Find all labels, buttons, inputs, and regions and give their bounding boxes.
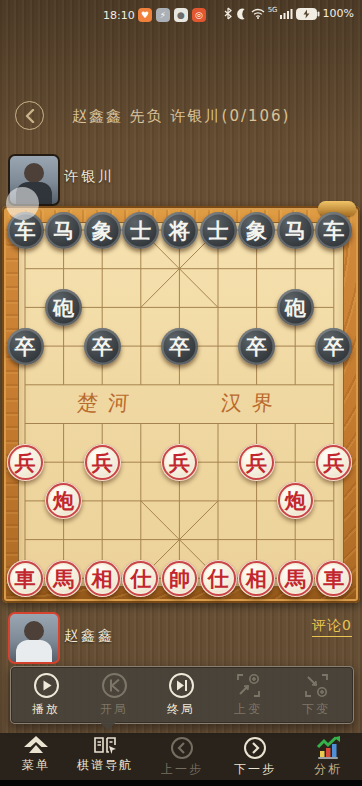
play-icon: [33, 672, 60, 699]
up-variation-icon: [235, 672, 262, 699]
flash-app-icon: ⚡: [156, 8, 170, 22]
piece-red-仕[interactable]: 仕: [200, 560, 237, 597]
analysis-chart-icon: [315, 736, 341, 760]
piece-red-帥[interactable]: 帥: [161, 560, 198, 597]
game-title: 赵鑫鑫 先负 许银川(0/106): [72, 107, 352, 126]
wifi-icon: [251, 8, 265, 19]
signal-bars-icon: [280, 8, 293, 19]
skip-to-end-button[interactable]: 终局: [151, 672, 211, 718]
back-chevron-icon: [24, 109, 36, 123]
back-button[interactable]: [15, 101, 44, 130]
piece-black-卒[interactable]: 卒: [7, 328, 44, 365]
camera-app-icon: ◎: [192, 8, 206, 22]
battery-icon: [296, 8, 320, 20]
notification-app-icons: ♥ ⚡ ● ◎: [138, 8, 206, 22]
up-variation-button: 上变: [218, 672, 278, 718]
piece-red-炮[interactable]: 炮: [277, 482, 314, 519]
piece-red-馬[interactable]: 馬: [277, 560, 314, 597]
down-variation-button: 下变: [286, 672, 346, 718]
piece-black-砲[interactable]: 砲: [277, 289, 314, 326]
network-type-label: 5G: [268, 6, 278, 14]
nav-menu-button[interactable]: 菜单: [2, 736, 70, 774]
piece-red-車[interactable]: 車: [7, 560, 44, 597]
piece-black-将[interactable]: 将: [161, 212, 198, 249]
piece-red-相[interactable]: 相: [238, 560, 275, 597]
nav-notation-navigator-button[interactable]: 棋谱导航: [71, 736, 139, 774]
wechat-app-icon: ●: [174, 8, 188, 22]
bottom-player-name: 赵鑫鑫: [64, 627, 115, 645]
comments-link[interactable]: 评论0: [312, 617, 352, 637]
piece-black-象[interactable]: 象: [84, 212, 121, 249]
nav-analyze-button[interactable]: 分析: [294, 736, 362, 778]
moon-icon: [236, 8, 248, 20]
piece-black-士[interactable]: 士: [200, 212, 237, 249]
piece-red-兵[interactable]: 兵: [161, 444, 198, 481]
skip-to-start-button: 开局: [84, 672, 144, 718]
piece-black-马[interactable]: 马: [277, 212, 314, 249]
piece-black-车[interactable]: 车: [315, 212, 352, 249]
gesture-bar-strip: [0, 780, 362, 786]
previous-move-icon: [170, 736, 194, 760]
clock: 18:10: [103, 9, 135, 22]
piece-black-卒[interactable]: 卒: [238, 328, 275, 365]
panel-tail-pointer: [99, 721, 117, 740]
nav-previous-move-button: 上一步: [148, 736, 216, 778]
piece-red-仕[interactable]: 仕: [122, 560, 159, 597]
skip-start-icon: [101, 672, 128, 699]
sound-bubble-indicator: [6, 187, 39, 220]
top-player-name: 许银川: [64, 168, 115, 186]
nav-next-move-button[interactable]: 下一步: [221, 736, 289, 778]
piece-red-兵[interactable]: 兵: [7, 444, 44, 481]
piece-red-車[interactable]: 車: [315, 560, 352, 597]
skip-end-icon: [168, 672, 195, 699]
play-button[interactable]: 播放: [16, 672, 76, 718]
piece-black-卒[interactable]: 卒: [84, 328, 121, 365]
bottom-player-avatar[interactable]: [8, 612, 60, 664]
piece-black-马[interactable]: 马: [45, 212, 82, 249]
piece-black-卒[interactable]: 卒: [315, 328, 352, 365]
piece-red-兵[interactable]: 兵: [84, 444, 121, 481]
river-label-left: 楚河: [67, 389, 149, 417]
piece-red-兵[interactable]: 兵: [315, 444, 352, 481]
piece-black-卒[interactable]: 卒: [161, 328, 198, 365]
header-bar: 赵鑫鑫 先负 许银川(0/106): [0, 48, 362, 88]
piece-black-象[interactable]: 象: [238, 212, 275, 249]
battery-percent-label: 100%: [323, 7, 354, 20]
piece-red-兵[interactable]: 兵: [238, 444, 275, 481]
piece-red-馬[interactable]: 馬: [45, 560, 82, 597]
status-bar: 18:10 ♥ ⚡ ● ◎ 5G 100%: [0, 0, 362, 30]
piece-black-士[interactable]: 士: [122, 212, 159, 249]
piece-red-相[interactable]: 相: [84, 560, 121, 597]
river-label-right: 汉界: [211, 389, 293, 417]
next-move-icon: [243, 736, 267, 760]
status-right-cluster: 5G 100%: [223, 7, 354, 20]
bluetooth-icon: [223, 7, 233, 20]
piece-black-砲[interactable]: 砲: [45, 289, 82, 326]
menu-arrows-icon: [23, 736, 49, 756]
heart-app-icon: ♥: [138, 8, 152, 22]
down-variation-icon: [303, 672, 330, 699]
